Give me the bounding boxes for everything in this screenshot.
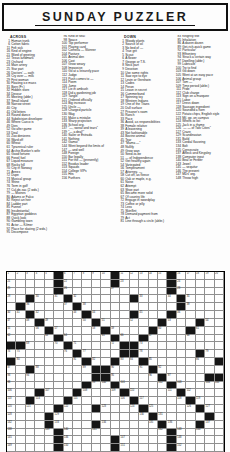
grid-cell[interactable]: 142 xyxy=(158,429,167,437)
grid-cell[interactable] xyxy=(92,444,101,452)
grid-cell[interactable] xyxy=(101,342,110,350)
grid-cell[interactable]: 23 xyxy=(120,280,129,288)
grid-cell[interactable]: 99 xyxy=(92,382,101,390)
grid-cell[interactable] xyxy=(215,350,224,358)
grid-cell[interactable]: 139 xyxy=(45,429,54,437)
grid-cell[interactable] xyxy=(73,327,82,335)
grid-cell[interactable] xyxy=(205,444,214,452)
grid-cell[interactable] xyxy=(26,288,35,296)
grid-cell[interactable]: 31 xyxy=(54,295,63,303)
grid-cell[interactable] xyxy=(73,374,82,382)
grid-cell[interactable]: 39 xyxy=(186,303,195,311)
grid-cell[interactable] xyxy=(120,319,129,327)
grid-cell[interactable] xyxy=(215,397,224,405)
grid-cell[interactable] xyxy=(101,295,110,303)
grid-cell[interactable] xyxy=(130,327,139,335)
grid-cell[interactable] xyxy=(35,358,44,366)
grid-cell[interactable] xyxy=(101,389,110,397)
grid-cell[interactable] xyxy=(167,405,176,413)
grid-cell[interactable] xyxy=(101,358,110,366)
grid-cell[interactable]: 77 xyxy=(82,350,91,358)
grid-cell[interactable]: 52 xyxy=(130,319,139,327)
grid-cell[interactable] xyxy=(167,350,176,358)
grid-cell[interactable] xyxy=(139,421,148,429)
grid-cell[interactable]: 30 xyxy=(35,295,44,303)
grid-cell[interactable] xyxy=(205,436,214,444)
grid-cell[interactable] xyxy=(139,327,148,335)
grid-cell[interactable] xyxy=(177,342,186,350)
grid-cell[interactable] xyxy=(130,335,139,343)
grid-cell[interactable] xyxy=(101,311,110,319)
grid-cell[interactable] xyxy=(82,397,91,405)
grid-cell[interactable] xyxy=(130,366,139,374)
grid-cell[interactable] xyxy=(158,350,167,358)
grid-cell[interactable]: 127 xyxy=(205,405,214,413)
grid-cell[interactable] xyxy=(26,382,35,390)
grid-cell[interactable] xyxy=(16,444,25,452)
grid-cell[interactable] xyxy=(92,303,101,311)
grid-cell[interactable] xyxy=(54,311,63,319)
grid-cell[interactable]: 110 xyxy=(130,389,139,397)
grid-cell[interactable] xyxy=(205,429,214,437)
grid-cell[interactable]: 112 xyxy=(186,389,195,397)
grid-cell[interactable] xyxy=(186,350,195,358)
grid-cell[interactable]: 19 xyxy=(205,272,214,280)
grid-cell[interactable] xyxy=(215,311,224,319)
grid-cell[interactable]: 100 xyxy=(101,382,110,390)
grid-cell[interactable] xyxy=(92,280,101,288)
grid-cell[interactable] xyxy=(196,382,205,390)
grid-cell[interactable] xyxy=(215,436,224,444)
grid-cell[interactable] xyxy=(215,413,224,421)
grid-cell[interactable] xyxy=(111,429,120,437)
grid-cell[interactable] xyxy=(158,311,167,319)
grid-cell[interactable] xyxy=(73,280,82,288)
grid-cell[interactable]: 28 xyxy=(177,288,186,296)
grid-cell[interactable] xyxy=(149,397,158,405)
grid-cell[interactable] xyxy=(130,429,139,437)
grid-cell[interactable]: 45 xyxy=(139,311,148,319)
grid-cell[interactable] xyxy=(205,311,214,319)
grid-cell[interactable] xyxy=(196,303,205,311)
grid-cell[interactable] xyxy=(167,335,176,343)
grid-cell[interactable] xyxy=(26,350,35,358)
grid-cell[interactable] xyxy=(120,421,129,429)
grid-cell[interactable] xyxy=(215,295,224,303)
grid-cell[interactable] xyxy=(215,319,224,327)
grid-cell[interactable] xyxy=(45,303,54,311)
grid-cell[interactable]: 59 xyxy=(111,327,120,335)
grid-cell[interactable] xyxy=(101,444,110,452)
grid-cell[interactable] xyxy=(54,374,63,382)
grid-cell[interactable]: 151 xyxy=(120,444,129,452)
grid-cell[interactable] xyxy=(16,382,25,390)
grid-cell[interactable] xyxy=(16,374,25,382)
grid-cell[interactable] xyxy=(177,350,186,358)
grid-cell[interactable] xyxy=(92,335,101,343)
grid-cell[interactable] xyxy=(205,389,214,397)
grid-cell[interactable] xyxy=(16,389,25,397)
grid-cell[interactable] xyxy=(16,429,25,437)
grid-cell[interactable]: 85 xyxy=(149,358,158,366)
grid-cell[interactable]: 94 xyxy=(26,374,35,382)
grid-cell[interactable]: 89 xyxy=(82,366,91,374)
grid-cell[interactable] xyxy=(16,319,25,327)
grid-cell[interactable]: 49 xyxy=(45,319,54,327)
grid-cell[interactable] xyxy=(196,288,205,296)
grid-cell[interactable]: 96 xyxy=(149,374,158,382)
grid-cell[interactable] xyxy=(45,444,54,452)
grid-cell[interactable] xyxy=(82,444,91,452)
grid-cell[interactable] xyxy=(101,303,110,311)
grid-cell[interactable] xyxy=(177,335,186,343)
grid-cell[interactable]: 69 xyxy=(26,342,35,350)
grid-cell[interactable] xyxy=(35,421,44,429)
grid-cell[interactable]: 37 xyxy=(64,303,73,311)
grid-cell[interactable]: 97 xyxy=(167,374,176,382)
grid-cell[interactable] xyxy=(35,350,44,358)
grid-cell[interactable]: 115 xyxy=(73,397,82,405)
grid-cell[interactable] xyxy=(196,311,205,319)
grid-cell[interactable] xyxy=(26,389,35,397)
grid-cell[interactable] xyxy=(26,413,35,421)
grid-cell[interactable] xyxy=(16,335,25,343)
grid-cell[interactable] xyxy=(139,444,148,452)
grid-cell[interactable] xyxy=(139,280,148,288)
grid-cell[interactable]: 32 xyxy=(73,295,82,303)
grid-cell[interactable] xyxy=(64,413,73,421)
grid-cell[interactable]: 71 xyxy=(73,342,82,350)
grid-cell[interactable] xyxy=(16,280,25,288)
grid-cell[interactable] xyxy=(54,319,63,327)
grid-cell[interactable] xyxy=(45,280,54,288)
grid-cell[interactable] xyxy=(45,397,54,405)
grid-cell[interactable] xyxy=(196,444,205,452)
grid-cell[interactable]: 90 xyxy=(111,366,120,374)
grid-cell[interactable]: 83 xyxy=(120,358,129,366)
grid-cell[interactable]: 129 xyxy=(54,413,63,421)
grid-cell[interactable] xyxy=(196,436,205,444)
grid-cell[interactable]: 63 xyxy=(45,335,54,343)
grid-cell[interactable] xyxy=(82,405,91,413)
grid-cell[interactable] xyxy=(45,358,54,366)
grid-cell[interactable] xyxy=(26,358,35,366)
grid-cell[interactable] xyxy=(92,413,101,421)
grid-cell[interactable] xyxy=(101,288,110,296)
grid-cell[interactable] xyxy=(167,303,176,311)
grid-cell[interactable] xyxy=(158,335,167,343)
grid-cell[interactable]: 9 xyxy=(92,272,101,280)
grid-cell[interactable] xyxy=(101,413,110,421)
grid-cell[interactable] xyxy=(130,288,139,296)
grid-cell[interactable] xyxy=(111,421,120,429)
grid-cell[interactable]: 79 xyxy=(205,350,214,358)
grid-cell[interactable]: 125 xyxy=(149,405,158,413)
grid-cell[interactable]: 152 xyxy=(177,444,186,452)
grid-cell[interactable] xyxy=(149,288,158,296)
grid-cell[interactable]: 84 xyxy=(130,358,139,366)
grid-cell[interactable] xyxy=(82,429,91,437)
grid-cell[interactable] xyxy=(130,374,139,382)
grid-cell[interactable] xyxy=(35,342,44,350)
grid-cell[interactable] xyxy=(158,303,167,311)
grid-cell[interactable] xyxy=(215,335,224,343)
grid-cell[interactable] xyxy=(101,436,110,444)
grid-cell[interactable] xyxy=(149,350,158,358)
grid-cell[interactable] xyxy=(130,303,139,311)
grid-cell[interactable]: 36 xyxy=(26,303,35,311)
grid-cell[interactable] xyxy=(205,288,214,296)
grid-cell[interactable]: 95 xyxy=(111,374,120,382)
grid-cell[interactable]: 118 xyxy=(177,397,186,405)
grid-cell[interactable] xyxy=(120,366,129,374)
grid-cell[interactable] xyxy=(82,374,91,382)
grid-cell[interactable] xyxy=(45,342,54,350)
grid-cell[interactable] xyxy=(149,342,158,350)
grid-cell[interactable] xyxy=(64,389,73,397)
grid-cell[interactable]: 78 xyxy=(139,350,148,358)
grid-cell[interactable]: 42 xyxy=(35,311,44,319)
grid-cell[interactable] xyxy=(139,382,148,390)
grid-cell[interactable] xyxy=(158,342,167,350)
grid-cell[interactable]: 14 xyxy=(149,272,158,280)
grid-cell[interactable] xyxy=(205,280,214,288)
grid-cell[interactable] xyxy=(158,444,167,452)
grid-cell[interactable] xyxy=(64,358,73,366)
grid-cell[interactable]: 137 xyxy=(205,421,214,429)
grid-cell[interactable] xyxy=(26,429,35,437)
grid-cell[interactable] xyxy=(120,311,129,319)
grid-cell[interactable] xyxy=(101,280,110,288)
grid-cell[interactable] xyxy=(205,303,214,311)
grid-cell[interactable] xyxy=(45,374,54,382)
grid-cell[interactable] xyxy=(82,421,91,429)
grid-cell[interactable] xyxy=(64,382,73,390)
grid-cell[interactable]: 102 xyxy=(158,382,167,390)
grid-cell[interactable]: 128 xyxy=(7,413,16,421)
grid-cell[interactable] xyxy=(111,405,120,413)
grid-cell[interactable] xyxy=(54,366,63,374)
grid-cell[interactable] xyxy=(73,405,82,413)
grid-cell[interactable] xyxy=(158,397,167,405)
grid-cell[interactable] xyxy=(186,366,195,374)
grid-cell[interactable]: 2 xyxy=(16,272,25,280)
grid-cell[interactable] xyxy=(54,350,63,358)
grid-cell[interactable] xyxy=(205,295,214,303)
grid-cell[interactable] xyxy=(92,397,101,405)
grid-cell[interactable]: 60 xyxy=(158,327,167,335)
grid-cell[interactable]: 149 xyxy=(7,444,16,452)
grid-cell[interactable]: 101 xyxy=(120,382,129,390)
grid-cell[interactable] xyxy=(16,366,25,374)
grid-cell[interactable]: 103 xyxy=(177,382,186,390)
grid-cell[interactable] xyxy=(205,397,214,405)
grid-cell[interactable] xyxy=(196,374,205,382)
grid-cell[interactable] xyxy=(82,288,91,296)
grid-cell[interactable]: 27 xyxy=(111,288,120,296)
grid-cell[interactable] xyxy=(149,303,158,311)
grid-cell[interactable] xyxy=(111,413,120,421)
grid-cell[interactable] xyxy=(35,413,44,421)
grid-cell[interactable] xyxy=(139,303,148,311)
grid-cell[interactable] xyxy=(45,436,54,444)
grid-cell[interactable]: 117 xyxy=(139,397,148,405)
grid-cell[interactable] xyxy=(26,280,35,288)
grid-cell[interactable] xyxy=(196,342,205,350)
grid-cell[interactable] xyxy=(196,295,205,303)
grid-cell[interactable]: 67 xyxy=(149,335,158,343)
grid-cell[interactable] xyxy=(73,436,82,444)
grid-cell[interactable]: 58 xyxy=(92,327,101,335)
grid-cell[interactable] xyxy=(26,421,35,429)
grid-cell[interactable]: 34 xyxy=(167,295,176,303)
grid-cell[interactable]: 91 xyxy=(139,366,148,374)
grid-cell[interactable] xyxy=(158,405,167,413)
grid-cell[interactable] xyxy=(111,303,120,311)
grid-cell[interactable] xyxy=(92,389,101,397)
grid-cell[interactable] xyxy=(215,444,224,452)
grid-cell[interactable]: 20 xyxy=(215,272,224,280)
grid-cell[interactable] xyxy=(215,327,224,335)
grid-cell[interactable]: 44 xyxy=(92,311,101,319)
grid-cell[interactable] xyxy=(167,342,176,350)
grid-cell[interactable]: 86 xyxy=(196,358,205,366)
grid-cell[interactable] xyxy=(64,319,73,327)
grid-cell[interactable] xyxy=(186,436,195,444)
grid-cell[interactable] xyxy=(92,295,101,303)
grid-cell[interactable] xyxy=(130,421,139,429)
grid-cell[interactable] xyxy=(82,280,91,288)
grid-cell[interactable]: 113 xyxy=(7,397,16,405)
grid-cell[interactable] xyxy=(139,436,148,444)
grid-cell[interactable]: 13 xyxy=(139,272,148,280)
grid-cell[interactable]: 33 xyxy=(139,295,148,303)
grid-cell[interactable]: 4 xyxy=(35,272,44,280)
grid-cell[interactable]: 81 xyxy=(73,358,82,366)
grid-cell[interactable] xyxy=(7,303,16,311)
grid-cell[interactable]: 119 xyxy=(196,397,205,405)
grid-cell[interactable]: 70 xyxy=(54,342,63,350)
grid-cell[interactable] xyxy=(73,319,82,327)
grid-cell[interactable] xyxy=(186,429,195,437)
grid-cell[interactable] xyxy=(101,429,110,437)
grid-cell[interactable] xyxy=(45,366,54,374)
grid-cell[interactable]: 29 xyxy=(7,295,16,303)
grid-cell[interactable]: 109 xyxy=(111,389,120,397)
grid-cell[interactable] xyxy=(196,413,205,421)
grid-cell[interactable]: 123 xyxy=(101,405,110,413)
grid-cell[interactable] xyxy=(35,444,44,452)
grid-cell[interactable] xyxy=(177,319,186,327)
grid-cell[interactable] xyxy=(120,288,129,296)
grid-cell[interactable] xyxy=(130,436,139,444)
grid-cell[interactable]: 38 xyxy=(82,303,91,311)
grid-cell[interactable] xyxy=(73,429,82,437)
grid-cell[interactable]: 72 xyxy=(111,342,120,350)
grid-cell[interactable] xyxy=(73,382,82,390)
grid-cell[interactable] xyxy=(35,436,44,444)
grid-cell[interactable] xyxy=(149,382,158,390)
grid-cell[interactable]: 62 xyxy=(7,335,16,343)
grid-cell[interactable] xyxy=(54,389,63,397)
grid-cell[interactable] xyxy=(16,288,25,296)
grid-cell[interactable]: 144 xyxy=(196,429,205,437)
grid-cell[interactable] xyxy=(16,327,25,335)
grid-cell[interactable]: 80 xyxy=(16,358,25,366)
grid-cell[interactable] xyxy=(92,288,101,296)
grid-cell[interactable] xyxy=(82,335,91,343)
grid-cell[interactable]: 8 xyxy=(82,272,91,280)
grid-cell[interactable] xyxy=(120,413,129,421)
grid-cell[interactable] xyxy=(215,366,224,374)
grid-cell[interactable] xyxy=(186,280,195,288)
grid-cell[interactable]: 146 xyxy=(64,436,73,444)
grid-cell[interactable]: 120 xyxy=(7,405,16,413)
grid-cell[interactable] xyxy=(215,429,224,437)
grid-cell[interactable]: 124 xyxy=(130,405,139,413)
grid-cell[interactable] xyxy=(54,397,63,405)
grid-cell[interactable]: 122 xyxy=(64,405,73,413)
grid-cell[interactable] xyxy=(130,444,139,452)
grid-cell[interactable]: 150 xyxy=(64,444,73,452)
grid-cell[interactable]: 108 xyxy=(82,389,91,397)
grid-cell[interactable] xyxy=(101,397,110,405)
grid-cell[interactable] xyxy=(196,280,205,288)
grid-cell[interactable] xyxy=(215,389,224,397)
grid-cell[interactable] xyxy=(158,288,167,296)
grid-cell[interactable] xyxy=(54,382,63,390)
grid-cell[interactable] xyxy=(111,311,120,319)
grid-cell[interactable] xyxy=(16,295,25,303)
grid-cell[interactable] xyxy=(167,366,176,374)
grid-cell[interactable]: 26 xyxy=(64,288,73,296)
grid-cell[interactable] xyxy=(215,288,224,296)
grid-cell[interactable]: 133 xyxy=(54,421,63,429)
grid-cell[interactable] xyxy=(16,436,25,444)
grid-cell[interactable] xyxy=(120,405,129,413)
grid-cell[interactable] xyxy=(82,327,91,335)
grid-cell[interactable] xyxy=(167,397,176,405)
grid-cell[interactable]: 126 xyxy=(186,405,195,413)
grid-cell[interactable] xyxy=(139,319,148,327)
grid-cell[interactable] xyxy=(196,366,205,374)
grid-cell[interactable] xyxy=(45,311,54,319)
grid-cell[interactable] xyxy=(139,429,148,437)
grid-cell[interactable] xyxy=(149,436,158,444)
grid-cell[interactable] xyxy=(82,436,91,444)
grid-cell[interactable]: 147 xyxy=(120,436,129,444)
grid-cell[interactable] xyxy=(186,413,195,421)
grid-cell[interactable] xyxy=(26,444,35,452)
grid-cell[interactable]: 66 xyxy=(120,335,129,343)
grid-cell[interactable] xyxy=(35,405,44,413)
grid-cell[interactable]: 148 xyxy=(177,436,186,444)
grid-cell[interactable]: 131 xyxy=(158,413,167,421)
grid-cell[interactable] xyxy=(45,288,54,296)
grid-cell[interactable]: 5 xyxy=(45,272,54,280)
grid-cell[interactable] xyxy=(186,374,195,382)
grid-cell[interactable] xyxy=(205,327,214,335)
grid-cell[interactable]: 47 xyxy=(7,319,16,327)
grid-cell[interactable]: 136 xyxy=(167,421,176,429)
grid-cell[interactable]: 104 xyxy=(205,382,214,390)
grid-cell[interactable] xyxy=(158,280,167,288)
grid-cell[interactable] xyxy=(177,327,186,335)
grid-cell[interactable]: 92 xyxy=(158,366,167,374)
grid-cell[interactable] xyxy=(35,335,44,343)
grid-cell[interactable] xyxy=(73,421,82,429)
grid-cell[interactable] xyxy=(158,389,167,397)
